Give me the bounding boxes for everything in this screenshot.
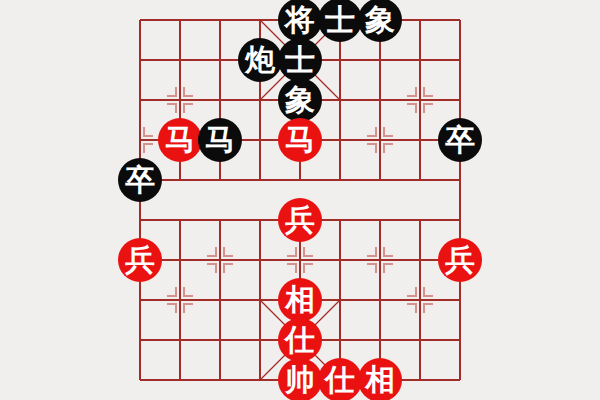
piece-black-cannon[interactable]: 炮 [238, 38, 282, 82]
piece-red-soldier[interactable]: 兵 [438, 238, 482, 282]
piece-red-advisor[interactable]: 仕 [318, 358, 362, 400]
piece-black-soldier[interactable]: 卒 [438, 118, 482, 162]
piece-black-horse[interactable]: 马 [198, 118, 242, 162]
piece-black-soldier[interactable]: 卒 [118, 158, 162, 202]
piece-red-elephant[interactable]: 相 [278, 278, 322, 322]
piece-red-horse[interactable]: 马 [158, 118, 202, 162]
piece-red-advisor[interactable]: 仕 [278, 318, 322, 362]
piece-black-advisor[interactable]: 士 [278, 38, 322, 82]
xiangqi-board-stage: 将士象炮士象马马马卒卒兵兵兵相仕帅仕相 [0, 0, 600, 400]
piece-black-advisor[interactable]: 士 [318, 0, 362, 42]
piece-black-elephant[interactable]: 象 [358, 0, 402, 42]
piece-red-general[interactable]: 帅 [278, 358, 322, 400]
piece-red-soldier[interactable]: 兵 [278, 198, 322, 242]
piece-black-elephant[interactable]: 象 [278, 78, 322, 122]
piece-grid: 将士象炮士象马马马卒卒兵兵兵相仕帅仕相 [120, 0, 480, 400]
piece-black-general[interactable]: 将 [278, 0, 322, 42]
piece-red-soldier[interactable]: 兵 [118, 238, 162, 282]
piece-red-horse[interactable]: 马 [278, 118, 322, 162]
piece-red-elephant[interactable]: 相 [358, 358, 402, 400]
